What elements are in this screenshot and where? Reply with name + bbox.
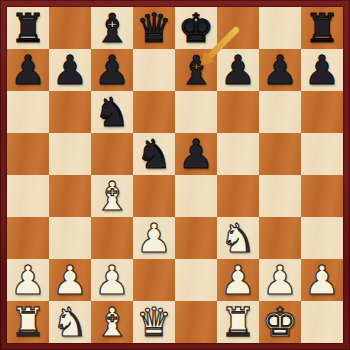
- square-c8[interactable]: ♝: [91, 7, 133, 49]
- square-h1[interactable]: [301, 301, 343, 343]
- piece-white-pawn[interactable]: ♟: [49, 259, 91, 301]
- piece-white-rook[interactable]: ♜: [7, 301, 49, 343]
- square-d8[interactable]: ♛: [133, 7, 175, 49]
- square-h5[interactable]: [301, 133, 343, 175]
- square-f6[interactable]: [217, 91, 259, 133]
- square-e7[interactable]: ♝: [175, 49, 217, 91]
- square-g5[interactable]: [259, 133, 301, 175]
- square-c7[interactable]: ♟: [91, 49, 133, 91]
- square-h8[interactable]: ♜: [301, 7, 343, 49]
- square-d3[interactable]: ♟: [133, 217, 175, 259]
- square-f5[interactable]: [217, 133, 259, 175]
- square-a7[interactable]: ♟: [7, 49, 49, 91]
- piece-black-bishop[interactable]: ♝: [91, 7, 133, 49]
- square-b7[interactable]: ♟: [49, 49, 91, 91]
- piece-white-knight[interactable]: ♞: [49, 301, 91, 343]
- square-b3[interactable]: [49, 217, 91, 259]
- square-g7[interactable]: ♟: [259, 49, 301, 91]
- piece-white-knight[interactable]: ♞: [217, 217, 259, 259]
- square-d5[interactable]: ♞: [133, 133, 175, 175]
- square-c6[interactable]: ♞: [91, 91, 133, 133]
- piece-white-pawn[interactable]: ♟: [217, 259, 259, 301]
- square-g6[interactable]: [259, 91, 301, 133]
- square-h4[interactable]: [301, 175, 343, 217]
- piece-white-rook[interactable]: ♜: [217, 301, 259, 343]
- square-f1[interactable]: ♜: [217, 301, 259, 343]
- piece-white-queen[interactable]: ♛: [133, 301, 175, 343]
- square-e3[interactable]: [175, 217, 217, 259]
- square-d6[interactable]: [133, 91, 175, 133]
- piece-black-queen[interactable]: ♛: [133, 7, 175, 49]
- square-d1[interactable]: ♛: [133, 301, 175, 343]
- square-g3[interactable]: [259, 217, 301, 259]
- square-g4[interactable]: [259, 175, 301, 217]
- piece-white-king[interactable]: ♚: [259, 301, 301, 343]
- piece-black-pawn[interactable]: ♟: [175, 133, 217, 175]
- square-d2[interactable]: [133, 259, 175, 301]
- square-e5[interactable]: ♟: [175, 133, 217, 175]
- square-b1[interactable]: ♞: [49, 301, 91, 343]
- square-c2[interactable]: ♟: [91, 259, 133, 301]
- square-c5[interactable]: [91, 133, 133, 175]
- piece-black-pawn[interactable]: ♟: [91, 49, 133, 91]
- piece-white-pawn[interactable]: ♟: [259, 259, 301, 301]
- piece-black-pawn[interactable]: ♟: [217, 49, 259, 91]
- square-f7[interactable]: ♟: [217, 49, 259, 91]
- square-h7[interactable]: ♟: [301, 49, 343, 91]
- square-e2[interactable]: [175, 259, 217, 301]
- square-b5[interactable]: [49, 133, 91, 175]
- piece-black-knight[interactable]: ♞: [133, 133, 175, 175]
- piece-black-rook[interactable]: ♜: [7, 7, 49, 49]
- square-b6[interactable]: [49, 91, 91, 133]
- square-f2[interactable]: ♟: [217, 259, 259, 301]
- square-e4[interactable]: [175, 175, 217, 217]
- square-b8[interactable]: [49, 7, 91, 49]
- square-a6[interactable]: [7, 91, 49, 133]
- square-h3[interactable]: [301, 217, 343, 259]
- square-a5[interactable]: [7, 133, 49, 175]
- piece-black-king[interactable]: ♚: [175, 7, 217, 49]
- square-b4[interactable]: [49, 175, 91, 217]
- piece-white-pawn[interactable]: ♟: [7, 259, 49, 301]
- square-g1[interactable]: ♚: [259, 301, 301, 343]
- piece-white-pawn[interactable]: ♟: [133, 217, 175, 259]
- square-f8[interactable]: [217, 7, 259, 49]
- piece-white-bishop[interactable]: ♝: [91, 301, 133, 343]
- piece-white-pawn[interactable]: ♟: [301, 259, 343, 301]
- piece-black-pawn[interactable]: ♟: [259, 49, 301, 91]
- square-h6[interactable]: [301, 91, 343, 133]
- piece-black-bishop[interactable]: ♝: [175, 49, 217, 91]
- square-b2[interactable]: ♟: [49, 259, 91, 301]
- chess-board: ♜♝♛♚♜♟♟♟♝♟♟♟♞♞♟♝♟♞♟♟♟♟♟♟♜♞♝♛♜♚: [7, 7, 343, 343]
- square-c4[interactable]: ♝: [91, 175, 133, 217]
- square-f4[interactable]: [217, 175, 259, 217]
- square-a3[interactable]: [7, 217, 49, 259]
- square-e1[interactable]: [175, 301, 217, 343]
- square-d7[interactable]: [133, 49, 175, 91]
- square-c3[interactable]: [91, 217, 133, 259]
- square-a2[interactable]: ♟: [7, 259, 49, 301]
- square-f3[interactable]: ♞: [217, 217, 259, 259]
- square-d4[interactable]: [133, 175, 175, 217]
- board-frame: ♜♝♛♚♜♟♟♟♝♟♟♟♞♞♟♝♟♞♟♟♟♟♟♟♜♞♝♛♜♚: [0, 0, 350, 350]
- square-e6[interactable]: [175, 91, 217, 133]
- square-a1[interactable]: ♜: [7, 301, 49, 343]
- square-e8[interactable]: ♚: [175, 7, 217, 49]
- piece-black-pawn[interactable]: ♟: [49, 49, 91, 91]
- piece-white-pawn[interactable]: ♟: [91, 259, 133, 301]
- square-h2[interactable]: ♟: [301, 259, 343, 301]
- square-g2[interactable]: ♟: [259, 259, 301, 301]
- piece-black-pawn[interactable]: ♟: [7, 49, 49, 91]
- square-a8[interactable]: ♜: [7, 7, 49, 49]
- square-g8[interactable]: [259, 7, 301, 49]
- piece-black-rook[interactable]: ♜: [301, 7, 343, 49]
- square-a4[interactable]: [7, 175, 49, 217]
- piece-black-knight[interactable]: ♞: [91, 91, 133, 133]
- square-c1[interactable]: ♝: [91, 301, 133, 343]
- piece-black-pawn[interactable]: ♟: [301, 49, 343, 91]
- piece-white-bishop[interactable]: ♝: [91, 175, 133, 217]
